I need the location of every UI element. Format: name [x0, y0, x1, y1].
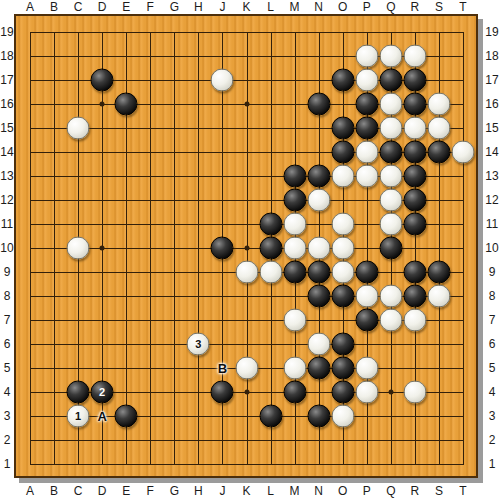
- row-label-right-2: 2: [489, 433, 496, 447]
- column-label-bottom-G: G: [170, 484, 179, 498]
- stone-white-O13: [331, 165, 354, 188]
- grid-line-horizontal: [30, 464, 464, 465]
- stone-white-S8: [427, 285, 450, 308]
- stone-black-M13: [283, 165, 306, 188]
- stone-white-H6: 3: [187, 333, 210, 356]
- column-label-bottom-Q: Q: [386, 484, 395, 498]
- row-label-left-5: 5: [4, 361, 11, 375]
- column-label-bottom-H: H: [194, 484, 203, 498]
- stone-black-Q17: [379, 69, 402, 92]
- column-label-top-B: B: [50, 0, 58, 14]
- row-label-right-18: 18: [485, 49, 498, 63]
- column-label-bottom-N: N: [314, 484, 323, 498]
- stone-black-N16: [307, 93, 330, 116]
- stone-white-O3: [331, 405, 354, 428]
- stone-white-P17: [355, 69, 378, 92]
- stone-black-S14: [427, 141, 450, 164]
- stone-black-Q10: [379, 237, 402, 260]
- stone-white-O11: [331, 213, 354, 236]
- stone-white-Q7: [379, 309, 402, 332]
- stone-black-M9: [283, 261, 306, 284]
- row-label-left-9: 9: [4, 265, 11, 279]
- column-label-top-F: F: [147, 0, 154, 14]
- stone-white-K5: [235, 357, 258, 380]
- stone-black-C4: [67, 381, 90, 404]
- stone-white-S15: [427, 117, 450, 140]
- stone-white-Q11: [379, 213, 402, 236]
- row-label-right-8: 8: [489, 289, 496, 303]
- star-point-K16: [244, 102, 249, 107]
- row-label-left-8: 8: [4, 289, 11, 303]
- stone-white-J17: [211, 69, 234, 92]
- stone-white-C10: [67, 237, 90, 260]
- stone-black-N3: [307, 405, 330, 428]
- column-label-bottom-F: F: [147, 484, 154, 498]
- column-label-bottom-O: O: [338, 484, 347, 498]
- stone-white-P8: [355, 285, 378, 308]
- stone-black-R16: [403, 93, 426, 116]
- column-label-top-J: J: [219, 0, 225, 14]
- stone-black-R13: [403, 165, 426, 188]
- stone-black-O15: [331, 117, 354, 140]
- row-label-right-6: 6: [489, 337, 496, 351]
- row-label-left-14: 14: [0, 145, 13, 159]
- stone-white-M5: [283, 357, 306, 380]
- row-label-left-12: 12: [0, 193, 13, 207]
- stone-black-O17: [331, 69, 354, 92]
- stone-black-O8: [331, 285, 354, 308]
- stone-white-M10: [283, 237, 306, 260]
- column-label-bottom-J: J: [219, 484, 225, 498]
- stone-black-P15: [355, 117, 378, 140]
- stone-white-Q13: [379, 165, 402, 188]
- stone-white-Q16: [379, 93, 402, 116]
- stone-black-M12: [283, 189, 306, 212]
- stone-white-C15: [67, 117, 90, 140]
- stone-black-E3: [115, 405, 138, 428]
- row-label-left-10: 10: [0, 241, 13, 255]
- star-point-D10: [100, 246, 105, 251]
- stone-black-N13: [307, 165, 330, 188]
- stone-white-M7: [283, 309, 306, 332]
- stone-white-P4: [355, 381, 378, 404]
- stone-white-S16: [427, 93, 450, 116]
- stone-white-N6: [307, 333, 330, 356]
- column-label-bottom-C: C: [74, 484, 83, 498]
- star-point-Q4: [388, 390, 393, 395]
- stone-black-R8: [403, 285, 426, 308]
- row-label-right-10: 10: [485, 241, 498, 255]
- row-label-right-13: 13: [485, 169, 498, 183]
- row-label-left-15: 15: [0, 121, 13, 135]
- row-label-right-12: 12: [485, 193, 498, 207]
- stone-white-Q12: [379, 189, 402, 212]
- row-label-right-3: 3: [489, 409, 496, 423]
- stone-black-N8: [307, 285, 330, 308]
- star-point-K10: [244, 246, 249, 251]
- column-label-bottom-R: R: [411, 484, 420, 498]
- column-label-top-C: C: [74, 0, 83, 14]
- stone-white-P13: [355, 165, 378, 188]
- column-label-top-S: S: [435, 0, 443, 14]
- stone-black-L10: [259, 237, 282, 260]
- row-label-left-7: 7: [4, 313, 11, 327]
- column-label-top-H: H: [194, 0, 203, 14]
- column-label-top-G: G: [170, 0, 179, 14]
- column-label-bottom-B: B: [50, 484, 58, 498]
- column-label-bottom-L: L: [267, 484, 274, 498]
- row-label-left-6: 6: [4, 337, 11, 351]
- stone-black-M4: [283, 381, 306, 404]
- point-label-A: A: [97, 409, 106, 424]
- stone-black-R9: [403, 261, 426, 284]
- grid-line-horizontal: [30, 440, 464, 441]
- stone-black-O14: [331, 141, 354, 164]
- column-label-top-K: K: [242, 0, 250, 14]
- stone-white-L9: [259, 261, 282, 284]
- column-label-top-D: D: [98, 0, 107, 14]
- column-label-bottom-P: P: [363, 484, 371, 498]
- stone-black-O5: [331, 357, 354, 380]
- row-label-right-14: 14: [485, 145, 498, 159]
- column-label-top-R: R: [411, 0, 420, 14]
- row-label-right-5: 5: [489, 361, 496, 375]
- stone-black-L11: [259, 213, 282, 236]
- stone-black-O6: [331, 333, 354, 356]
- column-label-top-N: N: [314, 0, 323, 14]
- stone-white-Q8: [379, 285, 402, 308]
- stone-black-L3: [259, 405, 282, 428]
- column-label-top-O: O: [338, 0, 347, 14]
- stone-white-Q15: [379, 117, 402, 140]
- stone-black-R17: [403, 69, 426, 92]
- row-label-left-13: 13: [0, 169, 13, 183]
- stone-black-R12: [403, 189, 426, 212]
- stone-black-D17: [91, 69, 114, 92]
- row-label-right-11: 11: [486, 217, 498, 231]
- star-point-D16: [100, 102, 105, 107]
- grid-line-horizontal: [30, 416, 464, 417]
- column-label-bottom-D: D: [98, 484, 107, 498]
- stone-black-N5: [307, 357, 330, 380]
- stone-white-M11: [283, 213, 306, 236]
- column-label-top-T: T: [459, 0, 466, 14]
- row-label-right-15: 15: [485, 121, 498, 135]
- stone-black-J10: [211, 237, 234, 260]
- row-label-right-17: 17: [485, 73, 498, 87]
- stone-white-P5: [355, 357, 378, 380]
- row-label-left-2: 2: [4, 433, 11, 447]
- stone-white-R15: [403, 117, 426, 140]
- column-label-top-L: L: [267, 0, 274, 14]
- grid-line-horizontal: [30, 32, 464, 33]
- stone-white-N10: [307, 237, 330, 260]
- stone-black-Q14: [379, 141, 402, 164]
- star-point-K4: [244, 390, 249, 395]
- stone-black-R11: [403, 213, 426, 236]
- stone-white-C3: 1: [67, 405, 90, 428]
- point-label-B: B: [218, 361, 227, 376]
- row-label-right-19: 19: [485, 25, 498, 39]
- row-label-right-4: 4: [489, 385, 496, 399]
- row-label-left-11: 11: [1, 217, 13, 231]
- row-label-left-19: 19: [0, 25, 13, 39]
- stone-black-P9: [355, 261, 378, 284]
- stone-black-O4: [331, 381, 354, 404]
- column-label-bottom-K: K: [242, 484, 250, 498]
- stone-white-P18: [355, 45, 378, 68]
- row-label-right-7: 7: [489, 313, 496, 327]
- row-label-left-1: 1: [4, 457, 11, 471]
- stone-black-E16: [115, 93, 138, 116]
- stone-black-R14: [403, 141, 426, 164]
- stone-black-J4: [211, 381, 234, 404]
- stone-white-K9: [235, 261, 258, 284]
- column-label-bottom-M: M: [290, 484, 300, 498]
- column-label-bottom-E: E: [122, 484, 130, 498]
- column-label-bottom-A: A: [26, 484, 34, 498]
- stone-white-R18: [403, 45, 426, 68]
- stone-white-N12: [307, 189, 330, 212]
- stone-white-R7: [403, 309, 426, 332]
- stone-black-P16: [355, 93, 378, 116]
- column-label-top-M: M: [290, 0, 300, 14]
- row-label-left-18: 18: [0, 49, 13, 63]
- row-label-right-9: 9: [489, 265, 496, 279]
- stone-white-O10: [331, 237, 354, 260]
- column-label-bottom-S: S: [435, 484, 443, 498]
- stone-white-P14: [355, 141, 378, 164]
- stone-black-P7: [355, 309, 378, 332]
- go-diagram-page: AABBCCDDEEFFGGHHJJKKLLMMNNOOPPQQRRSSTT19…: [0, 0, 500, 500]
- stone-white-Q18: [379, 45, 402, 68]
- stone-black-D4: 2: [91, 381, 114, 404]
- stone-black-N9: [307, 261, 330, 284]
- column-label-top-E: E: [122, 0, 130, 14]
- column-label-top-Q: Q: [386, 0, 395, 14]
- row-label-left-17: 17: [0, 73, 13, 87]
- stone-white-T14: [452, 141, 475, 164]
- row-label-left-4: 4: [4, 385, 11, 399]
- grid-line-horizontal: [30, 344, 464, 345]
- stone-white-R4: [403, 381, 426, 404]
- row-label-right-1: 1: [489, 457, 496, 471]
- column-label-top-P: P: [363, 0, 371, 14]
- stone-black-S9: [427, 261, 450, 284]
- stone-white-O9: [331, 261, 354, 284]
- row-label-right-16: 16: [485, 97, 498, 111]
- column-label-bottom-T: T: [459, 484, 466, 498]
- row-label-left-16: 16: [0, 97, 13, 111]
- row-label-left-3: 3: [4, 409, 11, 423]
- column-label-top-A: A: [26, 0, 34, 14]
